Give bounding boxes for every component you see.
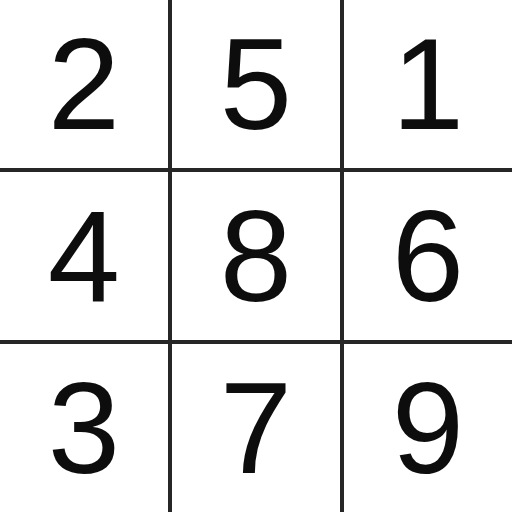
digit-r2c2: 8 xyxy=(220,191,292,321)
digit-r2c3: 6 xyxy=(392,191,464,321)
cell-r3c3[interactable]: 9 xyxy=(344,344,512,512)
digit-r3c3: 9 xyxy=(392,363,464,493)
cell-r1c3[interactable]: 1 xyxy=(344,0,512,168)
digit-r1c2: 5 xyxy=(220,19,292,149)
digit-r1c3: 1 xyxy=(392,19,464,149)
digit-r3c1: 3 xyxy=(48,363,120,493)
sudoku-board: 2 5 1 4 8 6 3 7 9 xyxy=(0,0,512,512)
cell-r2c2[interactable]: 8 xyxy=(172,172,340,340)
digit-r3c2: 7 xyxy=(220,363,292,493)
cell-r1c1[interactable]: 2 xyxy=(0,0,168,168)
digit-r1c1: 2 xyxy=(48,19,120,149)
cell-r2c3[interactable]: 6 xyxy=(344,172,512,340)
cell-r3c2[interactable]: 7 xyxy=(172,344,340,512)
cell-r2c1[interactable]: 4 xyxy=(0,172,168,340)
cell-r1c2[interactable]: 5 xyxy=(172,0,340,168)
digit-r2c1: 4 xyxy=(48,191,120,321)
cell-r3c1[interactable]: 3 xyxy=(0,344,168,512)
